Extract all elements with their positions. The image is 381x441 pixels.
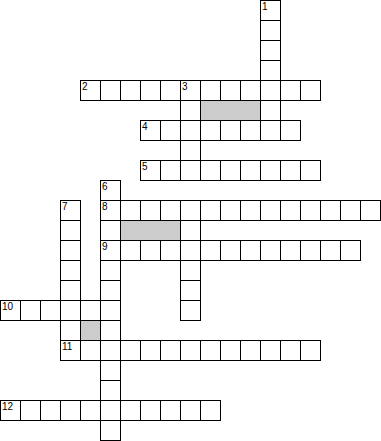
crossword-cell[interactable] xyxy=(60,200,81,221)
crossword-cell[interactable] xyxy=(40,400,61,421)
crossword-cell[interactable] xyxy=(220,80,241,101)
crossword-cell[interactable] xyxy=(280,80,301,101)
crossword-cell[interactable] xyxy=(240,240,261,261)
crossword-cell[interactable] xyxy=(120,80,141,101)
crossword-cell[interactable] xyxy=(120,400,141,421)
crossword-cell[interactable] xyxy=(100,320,121,341)
crossword-cell[interactable] xyxy=(80,400,101,421)
crossword-cell[interactable] xyxy=(300,200,321,221)
crossword-cell[interactable] xyxy=(260,40,281,61)
crossword-cell[interactable] xyxy=(200,160,221,181)
crossword-cell[interactable] xyxy=(280,120,301,141)
crossword-cell[interactable] xyxy=(60,300,81,321)
crossword-cell[interactable] xyxy=(260,60,281,81)
crossword-cell[interactable] xyxy=(20,300,41,321)
crossword-cell[interactable] xyxy=(80,300,101,321)
crossword-cell[interactable] xyxy=(180,300,201,321)
crossword-cell[interactable] xyxy=(180,280,201,301)
crossword-cell[interactable] xyxy=(300,80,321,101)
crossword-cell[interactable] xyxy=(240,160,261,181)
crossword-cell[interactable] xyxy=(220,240,241,261)
crossword-cell[interactable] xyxy=(160,400,181,421)
crossword-cell[interactable] xyxy=(80,340,101,361)
crossword-cell[interactable] xyxy=(220,200,241,221)
crossword-cell[interactable] xyxy=(160,340,181,361)
crossword-cell[interactable] xyxy=(220,160,241,181)
crossword-cell[interactable] xyxy=(340,200,361,221)
crossword-cell[interactable] xyxy=(200,80,221,101)
crossword-cell[interactable] xyxy=(260,0,281,21)
crossword-cell[interactable] xyxy=(300,240,321,261)
crossword-cell[interactable] xyxy=(320,200,341,221)
crossword-cell[interactable] xyxy=(180,240,201,261)
crossword-cell[interactable] xyxy=(360,200,381,221)
crossword-cell[interactable] xyxy=(100,260,121,281)
crossword-cell[interactable] xyxy=(160,80,181,101)
crossword-cell[interactable] xyxy=(240,200,261,221)
crossword-cell[interactable] xyxy=(100,220,121,241)
crossword-cell[interactable] xyxy=(140,400,161,421)
crossword-cell[interactable] xyxy=(160,160,181,181)
crossword-cell[interactable] xyxy=(180,260,201,281)
crossword-cell[interactable] xyxy=(180,220,201,241)
shaded-block xyxy=(80,320,101,341)
crossword-cell[interactable] xyxy=(320,240,341,261)
crossword-cell[interactable] xyxy=(260,100,281,121)
crossword-cell[interactable] xyxy=(40,300,61,321)
crossword-cell[interactable] xyxy=(0,300,21,321)
crossword-cell[interactable] xyxy=(180,200,201,221)
crossword-cell[interactable] xyxy=(260,160,281,181)
crossword-cell[interactable] xyxy=(140,160,161,181)
crossword-cell[interactable] xyxy=(300,160,321,181)
crossword-cell[interactable] xyxy=(200,340,221,361)
crossword-cell[interactable] xyxy=(180,160,201,181)
crossword-cell[interactable] xyxy=(140,340,161,361)
crossword-cell[interactable] xyxy=(260,20,281,41)
crossword-cell[interactable] xyxy=(200,200,221,221)
crossword-cell[interactable] xyxy=(120,340,141,361)
crossword-cell[interactable] xyxy=(180,140,201,161)
crossword-cell[interactable] xyxy=(60,340,81,361)
crossword-cell[interactable] xyxy=(120,240,141,261)
crossword-cell[interactable] xyxy=(200,120,221,141)
crossword-cell[interactable] xyxy=(60,400,81,421)
crossword-cell[interactable] xyxy=(60,260,81,281)
crossword-cell[interactable] xyxy=(60,320,81,341)
crossword-cell[interactable] xyxy=(120,200,141,221)
crossword-cell[interactable] xyxy=(100,200,121,221)
crossword-cell[interactable] xyxy=(280,240,301,261)
crossword-cell[interactable] xyxy=(200,240,221,261)
crossword-cell[interactable] xyxy=(260,200,281,221)
crossword-cell[interactable] xyxy=(160,200,181,221)
crossword-cell[interactable] xyxy=(160,120,181,141)
crossword-cell[interactable] xyxy=(60,280,81,301)
crossword-cell[interactable] xyxy=(280,200,301,221)
crossword-cell[interactable] xyxy=(100,180,121,201)
crossword-cell[interactable] xyxy=(260,80,281,101)
crossword-cell[interactable] xyxy=(260,120,281,141)
crossword-cell[interactable] xyxy=(260,240,281,261)
crossword-cell[interactable] xyxy=(280,340,301,361)
crossword-cell[interactable] xyxy=(60,220,81,241)
crossword-cell[interactable] xyxy=(200,400,221,421)
crossword-cell[interactable] xyxy=(300,340,321,361)
crossword-cell[interactable] xyxy=(260,340,281,361)
crossword-cell[interactable] xyxy=(100,360,121,381)
crossword-cell[interactable] xyxy=(20,400,41,421)
crossword-cell[interactable] xyxy=(140,200,161,221)
crossword-cell[interactable] xyxy=(180,80,201,101)
crossword-cell[interactable] xyxy=(240,340,261,361)
crossword-cell[interactable] xyxy=(100,280,121,301)
crossword-cell[interactable] xyxy=(100,400,121,421)
crossword-cell[interactable] xyxy=(180,340,201,361)
crossword-cell[interactable] xyxy=(340,240,361,261)
crossword-cell[interactable] xyxy=(240,120,261,141)
crossword-cell[interactable] xyxy=(100,340,121,361)
crossword-cell[interactable] xyxy=(240,80,261,101)
crossword-cell[interactable] xyxy=(60,240,81,261)
crossword-cell[interactable] xyxy=(0,400,21,421)
crossword-cell[interactable] xyxy=(180,400,201,421)
crossword-cell[interactable] xyxy=(140,80,161,101)
crossword-cell[interactable] xyxy=(140,120,161,141)
crossword-cell[interactable] xyxy=(80,80,101,101)
crossword-cell[interactable] xyxy=(100,420,121,441)
crossword-cell[interactable] xyxy=(100,300,121,321)
crossword-cell[interactable] xyxy=(220,120,241,141)
crossword-cell[interactable] xyxy=(100,240,121,261)
shaded-block xyxy=(200,100,261,121)
crossword-board: 123456789101112 xyxy=(0,0,381,441)
crossword-cell[interactable] xyxy=(220,340,241,361)
crossword-cell[interactable] xyxy=(180,120,201,141)
crossword-cell[interactable] xyxy=(180,100,201,121)
crossword-cell[interactable] xyxy=(160,240,181,261)
shaded-block xyxy=(120,220,181,241)
crossword-cell[interactable] xyxy=(280,160,301,181)
crossword-cell[interactable] xyxy=(140,240,161,261)
crossword-cell[interactable] xyxy=(100,80,121,101)
crossword-cell[interactable] xyxy=(100,380,121,401)
